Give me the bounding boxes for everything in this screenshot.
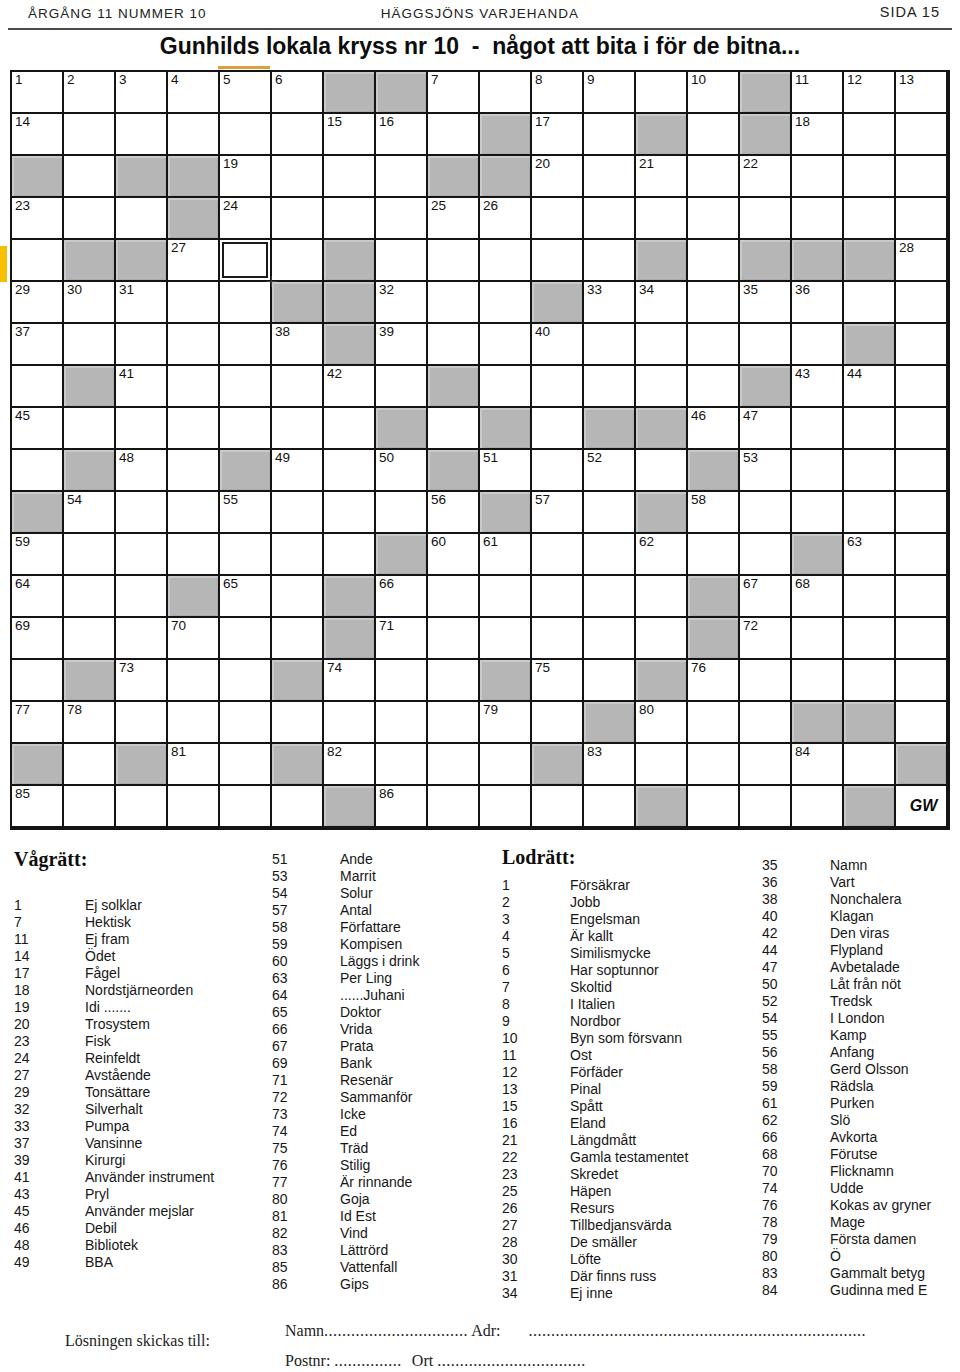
cell-number: 65 (223, 577, 238, 592)
clue-text: Flypland (830, 942, 883, 959)
grid-cell[interactable] (12, 450, 64, 492)
grid-cell[interactable]: 85 (12, 786, 64, 828)
grid-cell[interactable] (584, 534, 636, 576)
grid-cell[interactable]: 43 (792, 366, 844, 408)
grid-cell[interactable]: 7 (428, 72, 480, 114)
grid-cell[interactable] (220, 282, 272, 324)
grid-cell[interactable] (376, 744, 428, 786)
grid-cell[interactable] (792, 786, 844, 828)
grid-cell[interactable] (844, 576, 896, 618)
grid-cell[interactable]: 29 (12, 282, 64, 324)
grid-cell[interactable]: 33 (584, 282, 636, 324)
grid-cell[interactable] (168, 366, 220, 408)
grid-cell[interactable] (480, 240, 532, 282)
grid-cell[interactable] (220, 366, 272, 408)
grid-cell[interactable]: 54 (64, 492, 116, 534)
grid-cell[interactable] (428, 408, 480, 450)
grid-cell[interactable]: 26 (480, 198, 532, 240)
grid-cell[interactable] (896, 408, 948, 450)
clue-text: Pinal (570, 1081, 601, 1098)
grid-cell[interactable] (792, 492, 844, 534)
clue-row: 76Stilig (272, 1157, 496, 1174)
grid-cell[interactable] (688, 786, 740, 828)
clue-row: 77Är rinnande (272, 1174, 496, 1191)
grid-cell[interactable] (480, 282, 532, 324)
grid-cell[interactable]: 53 (740, 450, 792, 492)
grid-cell[interactable] (844, 198, 896, 240)
grid-cell[interactable] (740, 744, 792, 786)
grid-cell[interactable] (220, 324, 272, 366)
grid-cell[interactable] (844, 660, 896, 702)
grid-cell[interactable] (480, 744, 532, 786)
grid-cell[interactable]: 65 (220, 576, 272, 618)
grid-cell[interactable] (844, 450, 896, 492)
grid-cell[interactable] (64, 744, 116, 786)
grid-cell[interactable] (428, 660, 480, 702)
grid-cell[interactable] (636, 618, 688, 660)
grid-cell[interactable] (64, 114, 116, 156)
grid-cell[interactable] (584, 240, 636, 282)
grid-cell[interactable] (688, 702, 740, 744)
grid-cell[interactable]: 27 (168, 240, 220, 282)
grid-cell[interactable]: 81 (168, 744, 220, 786)
grid-cell[interactable]: 48 (116, 450, 168, 492)
grid-cell[interactable]: 12 (844, 72, 896, 114)
grid-cell[interactable] (12, 366, 64, 408)
grid-cell[interactable] (376, 198, 428, 240)
blocked-cell (324, 324, 376, 366)
grid-cell[interactable]: 58 (688, 492, 740, 534)
grid-cell[interactable] (272, 618, 324, 660)
grid-cell[interactable]: 46 (688, 408, 740, 450)
grid-cell[interactable]: 67 (740, 576, 792, 618)
grid-cell[interactable]: 39 (376, 324, 428, 366)
grid-cell[interactable]: 47 (740, 408, 792, 450)
clue-text: Jobb (570, 894, 600, 911)
grid-cell[interactable] (896, 576, 948, 618)
grid-cell[interactable]: 49 (272, 450, 324, 492)
grid-cell[interactable] (428, 240, 480, 282)
grid-cell[interactable]: 30 (64, 282, 116, 324)
grid-cell[interactable] (64, 618, 116, 660)
grid-cell[interactable] (688, 366, 740, 408)
grid-cell[interactable] (376, 702, 428, 744)
grid-cell[interactable] (324, 534, 376, 576)
grid-cell[interactable] (584, 198, 636, 240)
blocked-cell (480, 492, 532, 534)
grid-cell[interactable] (324, 450, 376, 492)
grid-cell[interactable]: 5 (220, 72, 272, 114)
grid-cell[interactable] (64, 324, 116, 366)
grid-cell[interactable]: 66 (376, 576, 428, 618)
grid-cell[interactable] (636, 576, 688, 618)
grid-cell[interactable] (896, 492, 948, 534)
grid-cell[interactable] (272, 114, 324, 156)
grid-cell[interactable]: 42 (324, 366, 376, 408)
grid-cell[interactable] (480, 324, 532, 366)
cell-number: 18 (795, 115, 810, 130)
grid-cell[interactable]: 24 (220, 198, 272, 240)
grid-cell[interactable] (688, 324, 740, 366)
grid-cell[interactable] (220, 534, 272, 576)
grid-cell[interactable] (272, 576, 324, 618)
grid-cell[interactable] (64, 198, 116, 240)
grid-cell[interactable] (272, 534, 324, 576)
grid-cell[interactable] (740, 492, 792, 534)
grid-cell[interactable] (324, 702, 376, 744)
grid-cell[interactable]: 23 (12, 198, 64, 240)
grid-cell[interactable] (64, 576, 116, 618)
grid-cell[interactable]: 69 (12, 618, 64, 660)
grid-cell[interactable] (584, 366, 636, 408)
grid-cell[interactable] (64, 534, 116, 576)
grid-cell[interactable] (532, 408, 584, 450)
grid-cell[interactable] (220, 618, 272, 660)
clue-row: 79Första damen (762, 1231, 958, 1248)
grid-cell[interactable]: 77 (12, 702, 64, 744)
grid-cell[interactable]: 11 (792, 72, 844, 114)
grid-cell[interactable] (428, 786, 480, 828)
grid-cell[interactable] (116, 618, 168, 660)
grid-cell[interactable] (116, 786, 168, 828)
grid-cell[interactable] (428, 744, 480, 786)
grid-cell[interactable] (376, 156, 428, 198)
grid-cell[interactable] (168, 702, 220, 744)
grid-cell[interactable] (480, 72, 532, 114)
grid-cell[interactable] (584, 324, 636, 366)
grid-cell[interactable]: 84 (792, 744, 844, 786)
grid-cell[interactable] (168, 660, 220, 702)
grid-cell[interactable] (584, 492, 636, 534)
grid-cell[interactable] (480, 366, 532, 408)
grid-cell[interactable] (688, 534, 740, 576)
grid-cell[interactable] (116, 576, 168, 618)
grid-cell[interactable]: 78 (64, 702, 116, 744)
grid-cell[interactable] (896, 660, 948, 702)
grid-cell[interactable] (844, 618, 896, 660)
grid-cell[interactable] (220, 408, 272, 450)
grid-cell[interactable]: 41 (116, 366, 168, 408)
grid-cell[interactable] (792, 198, 844, 240)
grid-cell[interactable] (272, 786, 324, 828)
grid-cell[interactable]: 31 (116, 282, 168, 324)
grid-cell[interactable] (688, 240, 740, 282)
grid-cell[interactable] (896, 156, 948, 198)
grid-cell[interactable] (272, 198, 324, 240)
grid-cell[interactable] (740, 786, 792, 828)
blocked-cell (636, 408, 688, 450)
grid-cell[interactable]: 86 (376, 786, 428, 828)
grid-cell[interactable] (428, 114, 480, 156)
grid-cell[interactable]: 14 (12, 114, 64, 156)
grid-cell[interactable] (428, 618, 480, 660)
grid-cell[interactable] (636, 450, 688, 492)
grid-cell[interactable] (792, 408, 844, 450)
grid-cell[interactable]: 1 (12, 72, 64, 114)
grid-cell[interactable] (584, 156, 636, 198)
grid-cell[interactable] (532, 240, 584, 282)
grid-cell[interactable]: 57 (532, 492, 584, 534)
grid-cell[interactable]: 32 (376, 282, 428, 324)
cell-number: 66 (379, 577, 394, 592)
grid-cell[interactable] (896, 702, 948, 744)
grid-cell[interactable] (584, 618, 636, 660)
grid-cell[interactable]: 3 (116, 72, 168, 114)
grid-cell[interactable] (896, 618, 948, 660)
grid-cell[interactable] (740, 198, 792, 240)
grid-cell[interactable]: 52 (584, 450, 636, 492)
grid-cell[interactable] (584, 660, 636, 702)
grid-cell[interactable]: 72 (740, 618, 792, 660)
grid-cell[interactable] (116, 534, 168, 576)
grid-cell[interactable] (272, 366, 324, 408)
grid-cell[interactable]: 15 (324, 114, 376, 156)
grid-cell[interactable]: 35 (740, 282, 792, 324)
grid-cell[interactable] (844, 408, 896, 450)
grid-cell[interactable] (792, 450, 844, 492)
grid-cell[interactable]: 37 (12, 324, 64, 366)
cell-number: 29 (15, 283, 30, 298)
grid-cell[interactable] (168, 786, 220, 828)
grid-cell[interactable] (116, 492, 168, 534)
grid-cell[interactable]: 4 (168, 72, 220, 114)
grid-cell[interactable]: 6 (272, 72, 324, 114)
grid-cell[interactable] (740, 660, 792, 702)
grid-cell[interactable] (636, 366, 688, 408)
blocked-cell (324, 618, 376, 660)
grid-cell[interactable]: 59 (12, 534, 64, 576)
grid-cell[interactable]: 64 (12, 576, 64, 618)
clue-row: 55Kamp (762, 1027, 958, 1044)
grid-cell[interactable] (532, 702, 584, 744)
grid-cell[interactable] (168, 324, 220, 366)
grid-cell[interactable] (896, 114, 948, 156)
clue-text: Använder mejslar (85, 1203, 194, 1220)
grid-cell[interactable] (64, 786, 116, 828)
grid-cell[interactable] (116, 198, 168, 240)
clue-row: 64......Juhani (272, 987, 496, 1004)
grid-cell[interactable] (636, 744, 688, 786)
grid-cell[interactable] (272, 240, 324, 282)
grid-cell[interactable] (272, 702, 324, 744)
clue-number: 37 (14, 1135, 85, 1152)
grid-cell[interactable] (532, 576, 584, 618)
grid-cell[interactable] (688, 156, 740, 198)
grid-cell[interactable]: 71 (376, 618, 428, 660)
grid-cell[interactable]: 10 (688, 72, 740, 114)
grid-cell[interactable] (896, 534, 948, 576)
grid-cell[interactable]: 76 (688, 660, 740, 702)
grid-cell[interactable] (116, 324, 168, 366)
grid-cell[interactable]: 83 (584, 744, 636, 786)
grid-cell[interactable] (584, 576, 636, 618)
selection-crosshair-icon[interactable] (266, 276, 277, 287)
grid-cell[interactable] (12, 660, 64, 702)
grid-cell[interactable]: 38 (272, 324, 324, 366)
grid-cell[interactable] (168, 408, 220, 450)
grid-cell[interactable] (532, 618, 584, 660)
name-fill-line: ................................ (324, 1322, 468, 1339)
grid-cell[interactable] (220, 660, 272, 702)
grid-cell[interactable] (428, 702, 480, 744)
grid-cell[interactable] (532, 786, 584, 828)
grid-cell[interactable]: 19 (220, 156, 272, 198)
grid-cell[interactable]: 44 (844, 366, 896, 408)
grid-cell[interactable]: 68 (792, 576, 844, 618)
grid-cell[interactable] (428, 576, 480, 618)
grid-cell[interactable] (12, 240, 64, 282)
grid-cell[interactable] (272, 156, 324, 198)
grid-cell[interactable] (324, 156, 376, 198)
grid-cell[interactable]: 55 (220, 492, 272, 534)
grid-cell[interactable]: 79 (480, 702, 532, 744)
grid-cell[interactable] (64, 408, 116, 450)
grid-cell[interactable] (844, 156, 896, 198)
grid-cell[interactable] (740, 702, 792, 744)
blocked-cell (116, 744, 168, 786)
grid-cell[interactable] (428, 282, 480, 324)
grid-cell[interactable]: 75 (532, 660, 584, 702)
grid-cell[interactable]: 80 (636, 702, 688, 744)
grid-cell[interactable] (740, 534, 792, 576)
grid-cell[interactable] (792, 324, 844, 366)
grid-cell[interactable]: 70 (168, 618, 220, 660)
grid-cell[interactable]: 34 (636, 282, 688, 324)
clue-number: 83 (762, 1265, 830, 1282)
blocked-cell (636, 492, 688, 534)
clue-row: 4Är kallt (502, 928, 754, 945)
grid-cell[interactable]: 9 (584, 72, 636, 114)
grid-cell[interactable] (688, 282, 740, 324)
grid-cell[interactable] (584, 114, 636, 156)
grid-cell[interactable]: 2 (64, 72, 116, 114)
grid-cell[interactable]: 16 (376, 114, 428, 156)
grid-cell[interactable] (168, 450, 220, 492)
grid-cell[interactable] (636, 198, 688, 240)
grid-cell[interactable] (480, 576, 532, 618)
grid-cell[interactable] (688, 198, 740, 240)
cell-number: 25 (431, 199, 446, 214)
grid-cell[interactable]: 56 (428, 492, 480, 534)
grid-cell[interactable] (220, 114, 272, 156)
grid-cell[interactable] (324, 408, 376, 450)
grid-cell[interactable]: 13 (896, 72, 948, 114)
grid-cell[interactable] (584, 786, 636, 828)
grid-cell[interactable] (636, 324, 688, 366)
grid-cell[interactable] (532, 198, 584, 240)
grid-cell[interactable] (896, 366, 948, 408)
grid-cell[interactable]: 62 (636, 534, 688, 576)
grid-cell[interactable] (688, 744, 740, 786)
clue-row: 59Kompisen (272, 936, 496, 953)
grid-cell[interactable] (844, 114, 896, 156)
grid-cell[interactable]: 20 (532, 156, 584, 198)
grid-cell[interactable]: 50 (376, 450, 428, 492)
grid-cell[interactable]: 22 (740, 156, 792, 198)
clue-text: Resenär (340, 1072, 393, 1089)
grid-cell[interactable] (792, 156, 844, 198)
grid-cell[interactable]: 36 (792, 282, 844, 324)
grid-cell[interactable] (532, 450, 584, 492)
grid-cell[interactable]: 63 (844, 534, 896, 576)
blocked-cell (272, 660, 324, 702)
grid-cell[interactable] (896, 198, 948, 240)
clue-row: 82Vind (272, 1225, 496, 1242)
grid-cell[interactable] (376, 366, 428, 408)
grid-cell[interactable] (688, 114, 740, 156)
grid-cell[interactable] (220, 744, 272, 786)
grid-cell[interactable] (844, 282, 896, 324)
grid-cell[interactable] (740, 324, 792, 366)
grid-cell[interactable] (324, 492, 376, 534)
grid-cell[interactable] (792, 660, 844, 702)
grid-cell[interactable] (168, 534, 220, 576)
grid-cell[interactable] (272, 492, 324, 534)
grid-cell[interactable] (428, 324, 480, 366)
grid-cell[interactable] (220, 786, 272, 828)
grid-cell[interactable]: 60 (428, 534, 480, 576)
grid-cell[interactable]: 28 (896, 240, 948, 282)
grid-cell[interactable]: 45 (12, 408, 64, 450)
grid-cell[interactable]: 21 (636, 156, 688, 198)
grid-cell[interactable]: GW (896, 786, 948, 828)
grid-cell[interactable] (896, 282, 948, 324)
grid-cell[interactable] (116, 114, 168, 156)
grid-cell[interactable]: 82 (324, 744, 376, 786)
grid-cell[interactable] (532, 534, 584, 576)
grid-cell[interactable]: 51 (480, 450, 532, 492)
grid-cell[interactable] (896, 324, 948, 366)
blocked-cell (636, 786, 688, 828)
blocked-cell (480, 156, 532, 198)
grid-cell[interactable] (116, 702, 168, 744)
grid-cell[interactable] (168, 282, 220, 324)
clue-text: Ej solklar (85, 897, 142, 914)
grid-cell[interactable] (168, 492, 220, 534)
grid-cell[interactable] (376, 660, 428, 702)
grid-cell[interactable] (376, 492, 428, 534)
grid-cell[interactable] (844, 744, 896, 786)
grid-cell[interactable] (64, 156, 116, 198)
grid-cell[interactable] (896, 450, 948, 492)
grid-cell[interactable]: 73 (116, 660, 168, 702)
grid-cell[interactable] (272, 408, 324, 450)
grid-cell[interactable] (220, 240, 272, 282)
grid-cell[interactable]: 17 (532, 114, 584, 156)
clue-text: Läggs i drink (340, 953, 419, 970)
grid-cell[interactable] (480, 786, 532, 828)
grid-cell[interactable] (220, 702, 272, 744)
grid-cell[interactable] (844, 492, 896, 534)
grid-cell[interactable] (636, 72, 688, 114)
grid-cell[interactable]: 74 (324, 660, 376, 702)
clue-text: I London (830, 1010, 885, 1027)
blocked-cell (64, 450, 116, 492)
grid-cell[interactable] (168, 114, 220, 156)
grid-cell[interactable]: 25 (428, 198, 480, 240)
grid-cell[interactable] (376, 240, 428, 282)
grid-cell[interactable] (116, 408, 168, 450)
grid-cell[interactable] (480, 618, 532, 660)
clue-row: 59Rädsla (762, 1078, 958, 1095)
grid-cell[interactable]: 8 (532, 72, 584, 114)
grid-cell[interactable] (792, 618, 844, 660)
grid-cell[interactable] (532, 366, 584, 408)
grid-cell[interactable] (324, 198, 376, 240)
grid-cell[interactable]: 61 (480, 534, 532, 576)
grid-cell[interactable]: 18 (792, 114, 844, 156)
grid-cell[interactable]: 40 (532, 324, 584, 366)
